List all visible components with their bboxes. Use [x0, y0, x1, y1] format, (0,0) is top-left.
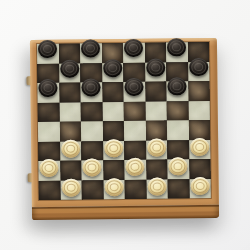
dark-checker[interactable]: [82, 78, 101, 96]
dark-checker[interactable]: [38, 40, 57, 58]
piece-ring: [66, 183, 75, 191]
piece-ring: [170, 79, 185, 93]
square-g8[interactable]: [166, 42, 188, 62]
piece-ring: [152, 182, 161, 190]
square-b3[interactable]: [60, 141, 82, 161]
square-e8[interactable]: [123, 43, 145, 63]
square-a8[interactable]: [37, 44, 59, 64]
piece-ring: [43, 45, 52, 53]
dark-checker[interactable]: [81, 39, 100, 57]
dark-checker[interactable]: [146, 58, 165, 76]
piece-ring: [83, 41, 98, 55]
piece-ring: [130, 83, 139, 91]
piece-ring: [191, 60, 206, 74]
square-g5[interactable]: [167, 101, 189, 121]
piece-ring: [42, 161, 57, 175]
piece-ring: [106, 180, 121, 194]
piece-ring: [169, 40, 184, 54]
piece-ring: [85, 160, 100, 174]
dark-checker[interactable]: [60, 59, 79, 77]
square-d1[interactable]: [103, 180, 125, 200]
light-checker[interactable]: [126, 158, 145, 176]
square-c5[interactable]: [81, 102, 103, 122]
piece-ring: [192, 178, 207, 192]
piece-ring: [45, 164, 54, 172]
photo-background: [0, 0, 250, 250]
piece-ring: [126, 41, 141, 55]
piece-ring: [174, 162, 183, 170]
square-c2[interactable]: [81, 160, 103, 180]
dark-checker[interactable]: [125, 78, 144, 96]
checkers-board: [37, 42, 211, 200]
square-g1[interactable]: [168, 179, 190, 199]
dark-checker[interactable]: [103, 59, 122, 77]
piece-ring: [86, 44, 95, 52]
piece-ring: [149, 140, 164, 154]
piece-ring: [172, 43, 181, 51]
piece-ring: [63, 141, 78, 155]
piece-ring: [148, 60, 163, 74]
light-checker[interactable]: [147, 177, 166, 195]
square-h5[interactable]: [188, 100, 210, 120]
square-g2[interactable]: [167, 159, 189, 179]
square-b4[interactable]: [59, 122, 81, 142]
square-f1[interactable]: [146, 179, 168, 199]
square-f3[interactable]: [146, 140, 168, 160]
square-d4[interactable]: [102, 121, 124, 141]
piece-ring: [149, 179, 164, 193]
piece-ring: [65, 64, 74, 72]
square-d6[interactable]: [102, 82, 124, 102]
piece-ring: [108, 64, 117, 72]
dark-checker[interactable]: [167, 38, 186, 56]
square-a1[interactable]: [39, 180, 61, 200]
square-e4[interactable]: [124, 121, 146, 141]
square-h1[interactable]: [189, 178, 211, 198]
square-c6[interactable]: [80, 82, 102, 102]
dark-checker[interactable]: [124, 39, 143, 57]
square-b2[interactable]: [60, 161, 82, 181]
square-d2[interactable]: [103, 160, 125, 180]
piece-ring: [151, 63, 160, 71]
piece-ring: [87, 83, 96, 91]
light-checker[interactable]: [104, 178, 123, 196]
square-a4[interactable]: [38, 122, 60, 142]
dark-checker[interactable]: [39, 79, 58, 97]
piece-ring: [171, 159, 186, 173]
piece-ring: [63, 180, 78, 194]
square-e5[interactable]: [124, 101, 146, 121]
piece-ring: [195, 143, 204, 151]
square-b1[interactable]: [60, 180, 82, 200]
piece-ring: [128, 160, 143, 174]
square-a6[interactable]: [37, 83, 59, 103]
square-d3[interactable]: [103, 141, 125, 161]
piece-ring: [195, 182, 204, 190]
square-h6[interactable]: [188, 81, 210, 101]
piece-ring: [41, 81, 56, 95]
piece-ring: [127, 80, 142, 94]
piece-ring: [62, 61, 77, 75]
square-c8[interactable]: [80, 43, 102, 63]
piece-ring: [66, 144, 75, 152]
light-checker[interactable]: [104, 139, 123, 157]
dark-checker[interactable]: [168, 77, 187, 95]
piece-ring: [44, 84, 53, 92]
square-g6[interactable]: [166, 81, 188, 101]
piece-ring: [131, 163, 140, 171]
light-checker[interactable]: [61, 178, 80, 196]
light-checker[interactable]: [61, 139, 80, 157]
piece-ring: [192, 139, 207, 153]
square-d7[interactable]: [102, 63, 124, 83]
light-checker[interactable]: [147, 138, 166, 156]
square-d5[interactable]: [102, 102, 124, 122]
square-h7[interactable]: [188, 61, 210, 81]
piece-ring: [129, 44, 138, 52]
square-a2[interactable]: [38, 161, 60, 181]
square-h2[interactable]: [189, 159, 211, 179]
square-f4[interactable]: [145, 120, 167, 140]
checkers-box: [30, 38, 219, 220]
square-e6[interactable]: [123, 82, 145, 102]
piece-ring: [152, 143, 161, 151]
dark-checker[interactable]: [189, 57, 208, 75]
light-checker[interactable]: [169, 157, 188, 175]
board-wood-frame: [30, 38, 219, 207]
light-checker[interactable]: [40, 159, 59, 177]
square-b5[interactable]: [59, 102, 81, 122]
light-checker[interactable]: [190, 176, 209, 194]
square-c1[interactable]: [82, 180, 104, 200]
piece-ring: [194, 63, 203, 71]
piece-ring: [106, 141, 121, 155]
piece-ring: [84, 80, 99, 94]
square-a5[interactable]: [38, 102, 60, 122]
light-checker[interactable]: [190, 137, 209, 155]
square-f7[interactable]: [145, 62, 167, 82]
square-f2[interactable]: [146, 159, 168, 179]
square-g4[interactable]: [167, 120, 189, 140]
square-b6[interactable]: [59, 83, 81, 103]
square-c4[interactable]: [81, 121, 103, 141]
piece-ring: [40, 42, 55, 56]
square-e2[interactable]: [124, 160, 146, 180]
square-f5[interactable]: [145, 101, 167, 121]
piece-ring: [173, 82, 182, 90]
light-checker[interactable]: [83, 158, 102, 176]
square-e1[interactable]: [125, 179, 147, 199]
square-h4[interactable]: [188, 120, 210, 140]
square-f6[interactable]: [145, 81, 167, 101]
piece-ring: [109, 183, 118, 191]
piece-ring: [109, 144, 118, 152]
box-front-edge: [32, 205, 219, 220]
square-h3[interactable]: [189, 139, 211, 159]
piece-ring: [88, 163, 97, 171]
piece-ring: [105, 61, 120, 75]
square-b7[interactable]: [59, 63, 81, 83]
